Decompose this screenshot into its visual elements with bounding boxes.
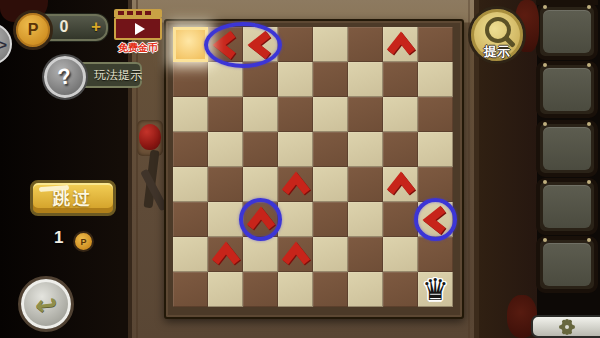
inventory-slot-2[interactable] bbox=[536, 61, 598, 118]
left-arrow-icon bbox=[421, 205, 451, 235]
black-queen-piece: ♛ bbox=[422, 275, 449, 305]
board-cell-r2c3[interactable] bbox=[243, 62, 278, 97]
panel-expand-button[interactable]: > bbox=[0, 23, 12, 65]
board-cell-r3c2[interactable] bbox=[208, 97, 243, 132]
inventory-slot-5[interactable] bbox=[536, 236, 598, 293]
up-arrow-icon bbox=[281, 240, 311, 270]
board-cell-r2c7[interactable] bbox=[383, 62, 418, 97]
gear-icon bbox=[559, 319, 575, 335]
board-cell-r3c8[interactable] bbox=[418, 97, 453, 132]
board-cell-r1c6[interactable] bbox=[348, 27, 383, 62]
board-cell-r6c1[interactable] bbox=[173, 202, 208, 237]
inventory-slot-3[interactable] bbox=[536, 120, 598, 177]
up-arrow-icon bbox=[246, 205, 276, 235]
board-cell-r8c6[interactable] bbox=[348, 272, 383, 307]
inventory-slot-inner bbox=[543, 10, 591, 53]
board-cell-r7c8[interactable] bbox=[418, 237, 453, 272]
board-cell-r5c1[interactable] bbox=[173, 167, 208, 202]
board-cell-r6c6[interactable] bbox=[348, 202, 383, 237]
inventory-slot-inner bbox=[543, 127, 591, 170]
board-cell-r5c8[interactable] bbox=[418, 167, 453, 202]
up-arrow-icon bbox=[211, 240, 241, 270]
board-cell-r8c2[interactable] bbox=[208, 272, 243, 307]
skip-cost: 1 bbox=[54, 228, 63, 248]
help-button[interactable]: ? bbox=[44, 56, 86, 98]
inventory-slot-1[interactable] bbox=[536, 3, 598, 60]
hint-button[interactable]: 提示 bbox=[468, 6, 526, 64]
video-screen bbox=[114, 17, 162, 40]
p-coin-icon: P bbox=[13, 10, 53, 50]
up-arrow-icon bbox=[386, 30, 416, 60]
board-cell-r3c4[interactable] bbox=[278, 97, 313, 132]
board-cell-r4c6[interactable] bbox=[348, 132, 383, 167]
board-cell-r5c2[interactable] bbox=[208, 167, 243, 202]
board-cell-r3c3[interactable] bbox=[243, 97, 278, 132]
p-coin-small-icon: P bbox=[73, 231, 94, 252]
board: ♛ bbox=[173, 27, 453, 307]
board-cell-r6c8[interactable] bbox=[418, 202, 453, 237]
inventory-slot-inner bbox=[543, 185, 591, 228]
board-cell-r6c4[interactable] bbox=[278, 202, 313, 237]
board-cell-r2c8[interactable] bbox=[418, 62, 453, 97]
board-cell-r5c4[interactable] bbox=[278, 167, 313, 202]
board-cell-r2c4[interactable] bbox=[278, 62, 313, 97]
hint-label: 提示 bbox=[471, 43, 523, 61]
board-cell-r1c1[interactable] bbox=[173, 27, 208, 62]
board-cell-r1c7[interactable] bbox=[383, 27, 418, 62]
up-arrow-icon bbox=[281, 170, 311, 200]
up-arrow-icon bbox=[386, 170, 416, 200]
board-cell-r1c3[interactable] bbox=[243, 27, 278, 62]
board-cell-r2c6[interactable] bbox=[348, 62, 383, 97]
settings-button[interactable] bbox=[531, 315, 600, 338]
skip-button[interactable]: 跳过 bbox=[30, 180, 116, 216]
board-cell-r4c4[interactable] bbox=[278, 132, 313, 167]
board-cell-r8c5[interactable] bbox=[313, 272, 348, 307]
left-arrow-icon bbox=[246, 30, 276, 60]
stage: ♛ 0 + P 免费金币 > 玩法提示 ? 跳过 1 P ↩ 提示 bbox=[0, 0, 600, 338]
board-cell-r4c3[interactable] bbox=[243, 132, 278, 167]
board-cell-r4c5[interactable] bbox=[313, 132, 348, 167]
board-cell-r7c1[interactable] bbox=[173, 237, 208, 272]
board-cell-r4c1[interactable] bbox=[173, 132, 208, 167]
inventory-slot-inner bbox=[543, 68, 591, 111]
inventory-slot-4[interactable] bbox=[536, 178, 598, 235]
left-arrow-icon bbox=[211, 30, 241, 60]
board-cell-r3c5[interactable] bbox=[313, 97, 348, 132]
board-cell-r7c4[interactable] bbox=[278, 237, 313, 272]
board-cell-r7c3[interactable] bbox=[243, 237, 278, 272]
board-cell-r3c1[interactable] bbox=[173, 97, 208, 132]
board-cell-r3c7[interactable] bbox=[383, 97, 418, 132]
board-cell-r5c5[interactable] bbox=[313, 167, 348, 202]
free-coins-label: 免费金币 bbox=[114, 41, 162, 55]
board-cell-r5c6[interactable] bbox=[348, 167, 383, 202]
board-cell-r1c2[interactable] bbox=[208, 27, 243, 62]
board-cell-r7c7[interactable] bbox=[383, 237, 418, 272]
undo-button[interactable]: ↩ bbox=[18, 276, 74, 332]
play-icon bbox=[135, 23, 145, 35]
board-cell-r6c5[interactable] bbox=[313, 202, 348, 237]
board-cell-r1c8[interactable] bbox=[418, 27, 453, 62]
board-cell-r6c7[interactable] bbox=[383, 202, 418, 237]
board-cell-r3c6[interactable] bbox=[348, 97, 383, 132]
add-coins-button[interactable]: + bbox=[91, 17, 101, 37]
undo-arrow-icon: ↩ bbox=[33, 287, 59, 320]
board-cell-r6c2[interactable] bbox=[208, 202, 243, 237]
board-cell-r4c2[interactable] bbox=[208, 132, 243, 167]
board-cell-r6c3[interactable] bbox=[243, 202, 278, 237]
marquee-top-bar bbox=[114, 9, 162, 17]
board-cell-r7c6[interactable] bbox=[348, 237, 383, 272]
board-cell-r8c4[interactable] bbox=[278, 272, 313, 307]
board-cell-r4c8[interactable] bbox=[418, 132, 453, 167]
board-cell-r2c1[interactable] bbox=[173, 62, 208, 97]
chevron-right-icon: > bbox=[0, 36, 7, 53]
board-cell-r8c7[interactable] bbox=[383, 272, 418, 307]
board-cell-r5c3[interactable] bbox=[243, 167, 278, 202]
free-coins-button[interactable]: 免费金币 bbox=[114, 9, 162, 55]
board-cell-r2c2[interactable] bbox=[208, 62, 243, 97]
board-cell-r5c7[interactable] bbox=[383, 167, 418, 202]
board-cell-r7c2[interactable] bbox=[208, 237, 243, 272]
question-mark-icon: ? bbox=[56, 63, 74, 91]
red-seal-decoration bbox=[139, 124, 161, 150]
board-cell-r1c5[interactable] bbox=[313, 27, 348, 62]
board-cell-r7c5[interactable] bbox=[313, 237, 348, 272]
board-cell-r8c1[interactable] bbox=[173, 272, 208, 307]
board-cell-r2c5[interactable] bbox=[313, 62, 348, 97]
board-cell-r8c8[interactable]: ♛ bbox=[418, 272, 453, 307]
board-cell-r8c3[interactable] bbox=[243, 272, 278, 307]
board-cell-r4c7[interactable] bbox=[383, 132, 418, 167]
board-cell-r1c4[interactable] bbox=[278, 27, 313, 62]
wood-grain-line bbox=[468, 0, 470, 338]
inventory-slot-inner bbox=[543, 243, 591, 286]
